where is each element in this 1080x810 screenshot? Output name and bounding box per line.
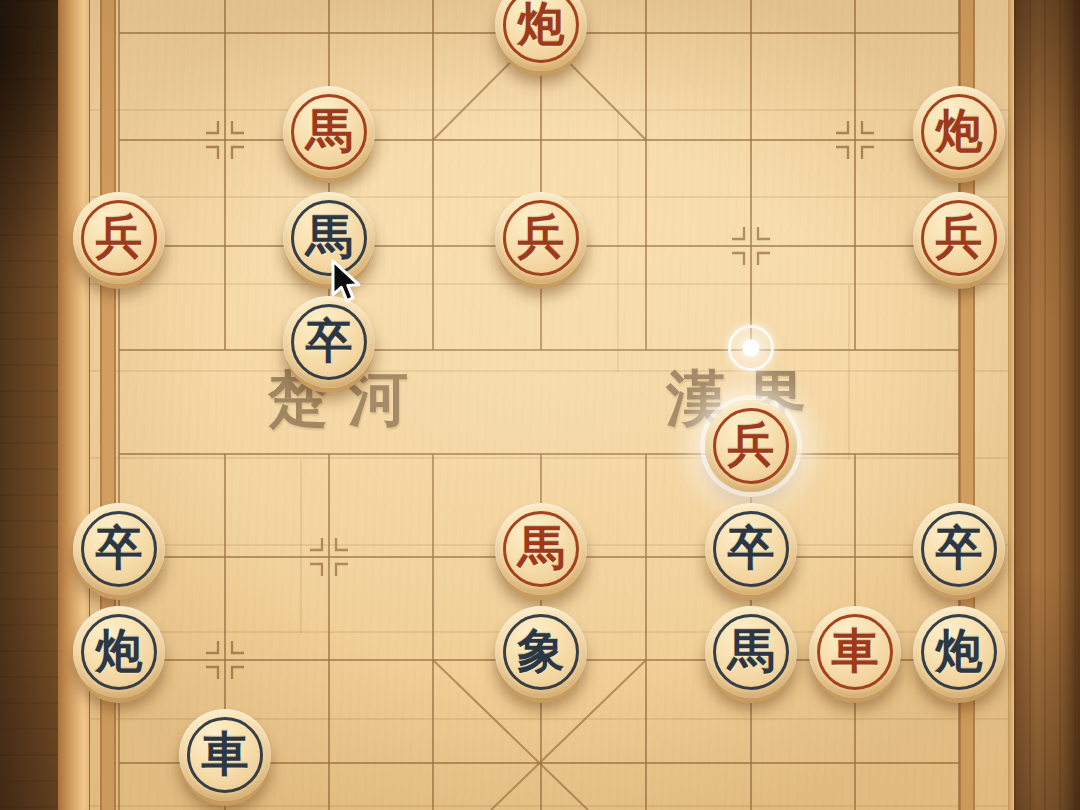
- board-bevel-left: [58, 0, 90, 810]
- piece-character: 卒: [96, 524, 143, 571]
- piece-character: 卒: [306, 317, 353, 364]
- piece-character: 馬: [518, 524, 565, 571]
- piece-character: 馬: [306, 213, 353, 260]
- cursor-arrow: [331, 259, 365, 307]
- piece-character: 馬: [306, 107, 353, 154]
- piece-character: 馬: [728, 627, 775, 674]
- piece-character: 卒: [936, 524, 983, 571]
- piece-red-cannon-i8[interactable]: 炮: [913, 86, 1005, 178]
- last-move-origin-dot: [743, 340, 760, 357]
- piece-character: 炮: [518, 0, 565, 47]
- piece-character: 炮: [936, 107, 983, 154]
- piece-red-soldier-i7[interactable]: 兵: [913, 192, 1005, 284]
- piece-black-soldier-i4[interactable]: 卒: [913, 503, 1005, 595]
- piece-black-cannon-a3[interactable]: 炮: [73, 606, 165, 698]
- last-move-origin-marker: [728, 325, 774, 371]
- piece-character: 車: [832, 627, 879, 674]
- piece-character: 卒: [728, 524, 775, 571]
- piece-black-soldier-a4[interactable]: 卒: [73, 503, 165, 595]
- piece-black-cannon-i3[interactable]: 炮: [913, 606, 1005, 698]
- piece-red-soldier-g5[interactable]: 兵: [705, 400, 797, 492]
- piece-red-horse-c8[interactable]: 馬: [283, 86, 375, 178]
- piece-character: 炮: [936, 627, 983, 674]
- piece-character: 兵: [96, 213, 143, 260]
- piece-red-soldier-a7[interactable]: 兵: [73, 192, 165, 284]
- wood-frame-left: [0, 0, 58, 810]
- piece-character: 炮: [96, 627, 143, 674]
- piece-red-soldier-e7[interactable]: 兵: [495, 192, 587, 284]
- piece-red-horse-e4[interactable]: 馬: [495, 503, 587, 595]
- piece-black-horse-g3[interactable]: 馬: [705, 606, 797, 698]
- piece-character: 象: [518, 627, 565, 674]
- piece-black-elephant-e3[interactable]: 象: [495, 606, 587, 698]
- xiangqi-app-window: 楚河 漢界 炮馬炮兵馬兵兵卒兵卒馬卒卒炮象馬車炮車: [0, 0, 1080, 810]
- piece-black-soldier-g4[interactable]: 卒: [705, 503, 797, 595]
- piece-black-chariot-b2[interactable]: 車: [179, 709, 271, 801]
- piece-character: 兵: [728, 421, 775, 468]
- wood-frame-right: [1014, 0, 1080, 810]
- piece-character: 兵: [936, 213, 983, 260]
- piece-character: 兵: [518, 213, 565, 260]
- piece-black-soldier-c6[interactable]: 卒: [283, 296, 375, 388]
- piece-character: 車: [202, 730, 249, 777]
- piece-red-chariot-h3[interactable]: 車: [809, 606, 901, 698]
